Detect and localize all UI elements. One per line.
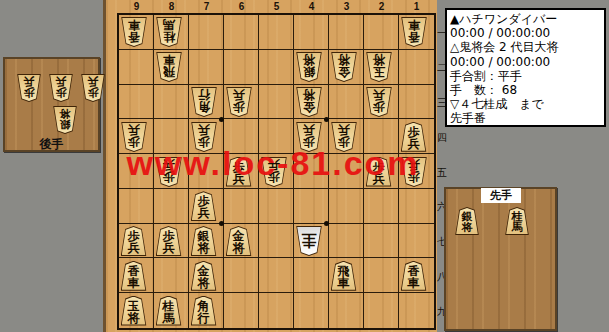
rank-label: 四 [436, 131, 448, 145]
board-cell[interactable] [399, 224, 434, 259]
board-cell[interactable] [294, 293, 329, 328]
board-cell[interactable] [259, 119, 294, 154]
info-line: ▽４七桂成 まで [450, 97, 601, 111]
board-cell[interactable] [329, 15, 364, 50]
board-cell[interactable] [399, 293, 434, 328]
page-root: 987654321 一二三四五六七八九 後手 先手 ▲ハチワンダイバー00:00… [0, 0, 609, 332]
board-cell[interactable] [329, 224, 364, 259]
info-line: △鬼将会 2 代目大将 [450, 40, 601, 54]
board-cell[interactable] [399, 189, 434, 224]
info-line: ▲ハチワンダイバー [450, 12, 601, 26]
file-label: 9 [127, 1, 147, 12]
rank-label: 五 [436, 166, 448, 180]
file-label: 1 [407, 1, 427, 12]
sente-hand-tray [444, 187, 557, 331]
board-cell[interactable] [224, 189, 259, 224]
board-cell[interactable] [154, 258, 189, 293]
board-cell[interactable] [364, 119, 399, 154]
gote-tray-label: 後手 [3, 136, 100, 153]
file-label: 6 [232, 1, 252, 12]
board-cell[interactable] [224, 258, 259, 293]
star-point [324, 221, 329, 226]
board-cell[interactable] [259, 258, 294, 293]
board-cell[interactable] [259, 85, 294, 120]
file-label: 5 [267, 1, 287, 12]
file-label: 3 [337, 1, 357, 12]
board-cell[interactable] [189, 15, 224, 50]
board-cell[interactable] [399, 50, 434, 85]
game-info-panel: ▲ハチワンダイバー00:00 / 00:00:00△鬼将会 2 代目大将00:0… [445, 8, 606, 127]
board-cell[interactable] [119, 85, 154, 120]
sente-tray-label: 先手 [481, 188, 521, 203]
board-cell[interactable] [294, 258, 329, 293]
star-point [219, 117, 224, 122]
info-line: 00:00 / 00:00:00 [450, 55, 601, 69]
board-cell[interactable] [154, 85, 189, 120]
info-line: 手 数： 68 [450, 83, 601, 97]
board-cell[interactable] [364, 224, 399, 259]
board-cell[interactable] [329, 154, 364, 189]
info-line: 00:00 / 00:00:00 [450, 26, 601, 40]
board-cell[interactable] [399, 85, 434, 120]
board-cell[interactable] [364, 189, 399, 224]
board-cell[interactable] [259, 50, 294, 85]
file-label: 2 [372, 1, 392, 12]
board-cell[interactable] [364, 258, 399, 293]
board-cell[interactable] [119, 189, 154, 224]
board-cell[interactable] [259, 15, 294, 50]
board-cell[interactable] [224, 119, 259, 154]
board-cell[interactable] [259, 224, 294, 259]
board-cell[interactable] [224, 15, 259, 50]
info-line: 先手番 [450, 111, 601, 125]
board-cell[interactable] [294, 15, 329, 50]
board-cell[interactable] [259, 189, 294, 224]
file-label: 8 [162, 1, 182, 12]
info-line: 手合割：平手 [450, 69, 601, 83]
file-label: 7 [197, 1, 217, 12]
file-label: 4 [302, 1, 322, 12]
board-cell[interactable] [294, 189, 329, 224]
board-cell[interactable] [154, 119, 189, 154]
board-cell[interactable] [259, 293, 294, 328]
board-cell[interactable] [189, 154, 224, 189]
board-cell[interactable] [364, 293, 399, 328]
board-cell[interactable] [119, 50, 154, 85]
board-cell[interactable] [329, 189, 364, 224]
board-cell[interactable] [224, 50, 259, 85]
board-cell[interactable] [154, 189, 189, 224]
board-cell[interactable] [224, 293, 259, 328]
board-cell[interactable] [329, 293, 364, 328]
board-cell[interactable] [294, 154, 329, 189]
board-cell[interactable] [364, 15, 399, 50]
star-point [219, 221, 224, 226]
star-point [324, 117, 329, 122]
board-cell[interactable] [119, 154, 154, 189]
board-cell[interactable] [329, 85, 364, 120]
board-cell[interactable] [189, 50, 224, 85]
